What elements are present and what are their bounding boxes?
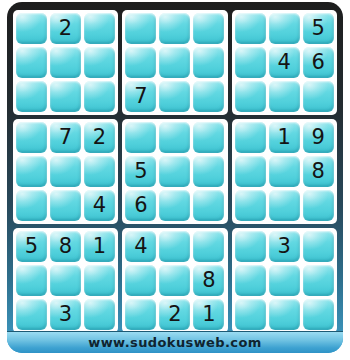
sudoku-cell-r4c6[interactable] [193, 122, 224, 153]
sudoku-block: 3 [232, 228, 337, 333]
sudoku-board: 2754672456198581348213 [13, 10, 337, 333]
sudoku-cell-r9c8[interactable] [269, 299, 300, 330]
sudoku-cell-r9c3[interactable] [84, 299, 115, 330]
sudoku-cell-r4c9[interactable]: 9 [303, 122, 334, 153]
sudoku-cell-r7c7[interactable] [235, 231, 266, 262]
sudoku-board-frame: 2754672456198581348213 www.sudokusweb.co… [7, 2, 343, 353]
sudoku-cell-r1c2[interactable]: 2 [50, 13, 81, 44]
sudoku-block: 5813 [13, 228, 118, 333]
sudoku-cell-r1c8[interactable] [269, 13, 300, 44]
sudoku-cell-r5c2[interactable] [50, 156, 81, 187]
sudoku-cell-r1c3[interactable] [84, 13, 115, 44]
sudoku-cell-r4c7[interactable] [235, 122, 266, 153]
sudoku-cell-r9c4[interactable] [125, 299, 156, 330]
sudoku-cell-r2c2[interactable] [50, 47, 81, 78]
sudoku-cell-r1c9[interactable]: 5 [303, 13, 334, 44]
sudoku-cell-r5c1[interactable] [16, 156, 47, 187]
sudoku-cell-r6c8[interactable] [269, 190, 300, 221]
sudoku-cell-r9c6[interactable]: 1 [193, 299, 224, 330]
sudoku-cell-r6c9[interactable] [303, 190, 334, 221]
sudoku-cell-r7c1[interactable]: 5 [16, 231, 47, 262]
sudoku-cell-r1c6[interactable] [193, 13, 224, 44]
sudoku-cell-r7c3[interactable]: 1 [84, 231, 115, 262]
sudoku-block: 4821 [122, 228, 227, 333]
sudoku-cell-r6c1[interactable] [16, 190, 47, 221]
sudoku-cell-r9c1[interactable] [16, 299, 47, 330]
sudoku-cell-r4c3[interactable]: 2 [84, 122, 115, 153]
sudoku-cell-r7c9[interactable] [303, 231, 334, 262]
sudoku-cell-r6c3[interactable]: 4 [84, 190, 115, 221]
sudoku-cell-r8c6[interactable]: 8 [193, 265, 224, 296]
sudoku-cell-r7c5[interactable] [159, 231, 190, 262]
sudoku-cell-r4c1[interactable] [16, 122, 47, 153]
sudoku-cell-r6c4[interactable]: 6 [125, 190, 156, 221]
sudoku-cell-r3c8[interactable] [269, 81, 300, 112]
sudoku-cell-r8c3[interactable] [84, 265, 115, 296]
site-url: www.sudokusweb.com [7, 331, 343, 353]
sudoku-cell-r8c7[interactable] [235, 265, 266, 296]
sudoku-cell-r8c9[interactable] [303, 265, 334, 296]
sudoku-cell-r2c5[interactable] [159, 47, 190, 78]
sudoku-cell-r5c3[interactable] [84, 156, 115, 187]
sudoku-cell-r5c7[interactable] [235, 156, 266, 187]
sudoku-cell-r1c4[interactable] [125, 13, 156, 44]
sudoku-cell-r9c2[interactable]: 3 [50, 299, 81, 330]
sudoku-cell-r2c7[interactable] [235, 47, 266, 78]
sudoku-cell-r2c9[interactable]: 6 [303, 47, 334, 78]
sudoku-cell-r8c4[interactable] [125, 265, 156, 296]
sudoku-cell-r1c5[interactable] [159, 13, 190, 44]
sudoku-cell-r2c1[interactable] [16, 47, 47, 78]
sudoku-cell-r6c2[interactable] [50, 190, 81, 221]
sudoku-cell-r1c1[interactable] [16, 13, 47, 44]
sudoku-cell-r2c3[interactable] [84, 47, 115, 78]
sudoku-cell-r2c6[interactable] [193, 47, 224, 78]
sudoku-block: 546 [232, 10, 337, 115]
sudoku-block: 56 [122, 119, 227, 224]
sudoku-cell-r5c9[interactable]: 8 [303, 156, 334, 187]
sudoku-cell-r3c9[interactable] [303, 81, 334, 112]
sudoku-cell-r7c4[interactable]: 4 [125, 231, 156, 262]
sudoku-cell-r9c7[interactable] [235, 299, 266, 330]
sudoku-cell-r8c1[interactable] [16, 265, 47, 296]
sudoku-cell-r5c5[interactable] [159, 156, 190, 187]
sudoku-cell-r2c8[interactable]: 4 [269, 47, 300, 78]
sudoku-block: 724 [13, 119, 118, 224]
sudoku-cell-r5c4[interactable]: 5 [125, 156, 156, 187]
sudoku-cell-r8c8[interactable] [269, 265, 300, 296]
sudoku-cell-r7c8[interactable]: 3 [269, 231, 300, 262]
sudoku-cell-r7c6[interactable] [193, 231, 224, 262]
sudoku-cell-r3c7[interactable] [235, 81, 266, 112]
sudoku-cell-r3c2[interactable] [50, 81, 81, 112]
sudoku-block: 7 [122, 10, 227, 115]
sudoku-cell-r6c6[interactable] [193, 190, 224, 221]
sudoku-cell-r8c5[interactable] [159, 265, 190, 296]
sudoku-cell-r6c7[interactable] [235, 190, 266, 221]
sudoku-cell-r3c4[interactable]: 7 [125, 81, 156, 112]
sudoku-cell-r9c9[interactable] [303, 299, 334, 330]
sudoku-cell-r3c1[interactable] [16, 81, 47, 112]
sudoku-cell-r1c7[interactable] [235, 13, 266, 44]
sudoku-cell-r4c4[interactable] [125, 122, 156, 153]
sudoku-page: 2754672456198581348213 www.sudokusweb.co… [0, 0, 350, 360]
sudoku-cell-r8c2[interactable] [50, 265, 81, 296]
sudoku-cell-r4c5[interactable] [159, 122, 190, 153]
sudoku-cell-r2c4[interactable] [125, 47, 156, 78]
sudoku-cell-r6c5[interactable] [159, 190, 190, 221]
sudoku-block: 198 [232, 119, 337, 224]
sudoku-cell-r3c5[interactable] [159, 81, 190, 112]
sudoku-cell-r4c2[interactable]: 7 [50, 122, 81, 153]
sudoku-cell-r3c6[interactable] [193, 81, 224, 112]
sudoku-cell-r5c8[interactable] [269, 156, 300, 187]
sudoku-cell-r7c2[interactable]: 8 [50, 231, 81, 262]
sudoku-cell-r3c3[interactable] [84, 81, 115, 112]
sudoku-cell-r9c5[interactable]: 2 [159, 299, 190, 330]
sudoku-cell-r5c6[interactable] [193, 156, 224, 187]
sudoku-cell-r4c8[interactable]: 1 [269, 122, 300, 153]
sudoku-block: 2 [13, 10, 118, 115]
